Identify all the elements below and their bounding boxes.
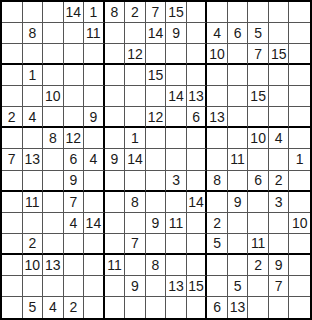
sudoku-cell-r15c10-empty[interactable] xyxy=(187,297,208,318)
sudoku-cell-r6c12-empty[interactable] xyxy=(228,107,249,128)
sudoku-cell-r10c14-given[interactable]: 3 xyxy=(269,192,290,213)
sudoku-cell-r15c7-empty[interactable] xyxy=(125,297,146,318)
sudoku-cell-r2c3-empty[interactable] xyxy=(43,23,64,44)
sudoku-cell-r15c5-empty[interactable] xyxy=(84,297,105,318)
sudoku-cell-r5c14-empty[interactable] xyxy=(269,86,290,107)
sudoku-cell-r10c1-empty[interactable] xyxy=(2,192,23,213)
sudoku-cell-r14c14-given[interactable]: 7 xyxy=(269,276,290,297)
sudoku-cell-r11c13-empty[interactable] xyxy=(248,213,269,234)
sudoku-cell-r6c4-empty[interactable] xyxy=(64,107,85,128)
sudoku-cell-r7c9-empty[interactable] xyxy=(166,128,187,149)
sudoku-cell-r10c8-empty[interactable] xyxy=(146,192,167,213)
sudoku-cell-r3c15-empty[interactable] xyxy=(289,44,310,65)
sudoku-cell-r7c10-empty[interactable] xyxy=(187,128,208,149)
sudoku-cell-r14c12-given[interactable]: 5 xyxy=(228,276,249,297)
sudoku-cell-r6c2-given[interactable]: 4 xyxy=(23,107,44,128)
sudoku-cell-r6c1-given[interactable]: 2 xyxy=(2,107,23,128)
sudoku-cell-r5c9-given[interactable]: 14 xyxy=(166,86,187,107)
sudoku-cell-r4c9-empty[interactable] xyxy=(166,65,187,86)
sudoku-cell-r1c6-given[interactable]: 8 xyxy=(105,2,126,23)
sudoku-cell-r5c3-given[interactable]: 10 xyxy=(43,86,64,107)
sudoku-cell-r4c5-empty[interactable] xyxy=(84,65,105,86)
sudoku-cell-r12c10-empty[interactable] xyxy=(187,234,208,255)
sudoku-cell-r7c13-given[interactable]: 10 xyxy=(248,128,269,149)
sudoku-cell-r11c10-empty[interactable] xyxy=(187,213,208,234)
sudoku-cell-r1c9-given[interactable]: 15 xyxy=(166,2,187,23)
sudoku-cell-r1c5-given[interactable]: 1 xyxy=(84,2,105,23)
sudoku-cell-r13c4-empty[interactable] xyxy=(64,255,85,276)
sudoku-cell-r15c3-given[interactable]: 4 xyxy=(43,297,64,318)
sudoku-cell-r1c7-given[interactable]: 2 xyxy=(125,2,146,23)
sudoku-cell-r14c5-empty[interactable] xyxy=(84,276,105,297)
sudoku-cell-r3c6-empty[interactable] xyxy=(105,44,126,65)
sudoku-cell-r13c8-given[interactable]: 8 xyxy=(146,255,167,276)
sudoku-cell-r9c4-given[interactable]: 9 xyxy=(64,171,85,192)
sudoku-cell-r11c15-given[interactable]: 10 xyxy=(289,213,310,234)
sudoku-cell-r5c12-empty[interactable] xyxy=(228,86,249,107)
sudoku-cell-r1c8-given[interactable]: 7 xyxy=(146,2,167,23)
sudoku-cell-r12c14-empty[interactable] xyxy=(269,234,290,255)
sudoku-cell-r10c15-empty[interactable] xyxy=(289,192,310,213)
sudoku-cell-r9c11-given[interactable]: 8 xyxy=(207,171,228,192)
sudoku-cell-r7c6-empty[interactable] xyxy=(105,128,126,149)
sudoku-cell-r11c6-empty[interactable] xyxy=(105,213,126,234)
sudoku-cell-r12c13-given[interactable]: 11 xyxy=(248,234,269,255)
sudoku-cell-r8c11-empty[interactable] xyxy=(207,149,228,170)
sudoku-cell-r2c8-given[interactable]: 14 xyxy=(146,23,167,44)
sudoku-cell-r7c3-given[interactable]: 8 xyxy=(43,128,64,149)
sudoku-cell-r13c10-empty[interactable] xyxy=(187,255,208,276)
sudoku-cell-r6c5-given[interactable]: 9 xyxy=(84,107,105,128)
sudoku-cell-r9c5-empty[interactable] xyxy=(84,171,105,192)
sudoku-cell-r9c15-empty[interactable] xyxy=(289,171,310,192)
sudoku-cell-r8c10-empty[interactable] xyxy=(187,149,208,170)
sudoku-cell-r8c15-given[interactable]: 1 xyxy=(289,149,310,170)
sudoku-cell-r3c13-given[interactable]: 7 xyxy=(248,44,269,65)
sudoku-cell-r9c9-given[interactable]: 3 xyxy=(166,171,187,192)
sudoku-cell-r11c5-given[interactable]: 14 xyxy=(84,213,105,234)
sudoku-cell-r15c9-empty[interactable] xyxy=(166,297,187,318)
sudoku-cell-r4c4-empty[interactable] xyxy=(64,65,85,86)
sudoku-cell-r12c7-given[interactable]: 7 xyxy=(125,234,146,255)
sudoku-cell-r10c4-given[interactable]: 7 xyxy=(64,192,85,213)
sudoku-cell-r9c8-empty[interactable] xyxy=(146,171,167,192)
sudoku-cell-r5c8-empty[interactable] xyxy=(146,86,167,107)
sudoku-cell-r12c5-empty[interactable] xyxy=(84,234,105,255)
sudoku-cell-r15c13-empty[interactable] xyxy=(248,297,269,318)
sudoku-cell-r8c7-given[interactable]: 14 xyxy=(125,149,146,170)
sudoku-cell-r15c1-empty[interactable] xyxy=(2,297,23,318)
sudoku-cell-r8c14-empty[interactable] xyxy=(269,149,290,170)
sudoku-cell-r12c15-empty[interactable] xyxy=(289,234,310,255)
sudoku-cell-r6c13-empty[interactable] xyxy=(248,107,269,128)
sudoku-cell-r7c7-given[interactable]: 1 xyxy=(125,128,146,149)
sudoku-cell-r6c14-empty[interactable] xyxy=(269,107,290,128)
sudoku-cell-r6c9-empty[interactable] xyxy=(166,107,187,128)
sudoku-cell-r6c6-empty[interactable] xyxy=(105,107,126,128)
sudoku-cell-r4c1-empty[interactable] xyxy=(2,65,23,86)
sudoku-cell-r5c11-empty[interactable] xyxy=(207,86,228,107)
sudoku-cell-r9c7-empty[interactable] xyxy=(125,171,146,192)
sudoku-cell-r14c6-empty[interactable] xyxy=(105,276,126,297)
sudoku-cell-r12c11-given[interactable]: 5 xyxy=(207,234,228,255)
sudoku-cell-r9c10-empty[interactable] xyxy=(187,171,208,192)
sudoku-cell-r10c12-given[interactable]: 9 xyxy=(228,192,249,213)
sudoku-cell-r15c4-given[interactable]: 2 xyxy=(64,297,85,318)
sudoku-cell-r8c12-given[interactable]: 11 xyxy=(228,149,249,170)
sudoku-cell-r1c14-empty[interactable] xyxy=(269,2,290,23)
sudoku-cell-r6c15-empty[interactable] xyxy=(289,107,310,128)
sudoku-cell-r13c6-given[interactable]: 11 xyxy=(105,255,126,276)
sudoku-cell-r13c14-given[interactable]: 9 xyxy=(269,255,290,276)
sudoku-cell-r4c7-empty[interactable] xyxy=(125,65,146,86)
sudoku-cell-r1c12-empty[interactable] xyxy=(228,2,249,23)
sudoku-cell-r13c1-empty[interactable] xyxy=(2,255,23,276)
sudoku-cell-r7c15-empty[interactable] xyxy=(289,128,310,149)
sudoku-cell-r13c9-empty[interactable] xyxy=(166,255,187,276)
sudoku-cell-r7c14-given[interactable]: 4 xyxy=(269,128,290,149)
sudoku-cell-r12c4-empty[interactable] xyxy=(64,234,85,255)
sudoku-cell-r1c13-empty[interactable] xyxy=(248,2,269,23)
sudoku-cell-r3c14-given[interactable]: 15 xyxy=(269,44,290,65)
sudoku-cell-r1c10-empty[interactable] xyxy=(187,2,208,23)
sudoku-cell-r14c1-empty[interactable] xyxy=(2,276,23,297)
sudoku-cell-r14c10-given[interactable]: 15 xyxy=(187,276,208,297)
sudoku-board: 1418271581114946512107151151014131524912… xyxy=(0,0,312,320)
sudoku-cell-r9c3-empty[interactable] xyxy=(43,171,64,192)
sudoku-cell-r7c4-given[interactable]: 12 xyxy=(64,128,85,149)
sudoku-cell-r2c15-empty[interactable] xyxy=(289,23,310,44)
sudoku-cell-r11c14-empty[interactable] xyxy=(269,213,290,234)
sudoku-cell-r4c6-empty[interactable] xyxy=(105,65,126,86)
sudoku-cell-r12c12-empty[interactable] xyxy=(228,234,249,255)
sudoku-cell-r11c2-empty[interactable] xyxy=(23,213,44,234)
sudoku-cell-r2c6-empty[interactable] xyxy=(105,23,126,44)
sudoku-cell-r12c8-empty[interactable] xyxy=(146,234,167,255)
sudoku-cell-r8c9-empty[interactable] xyxy=(166,149,187,170)
sudoku-cell-r2c13-given[interactable]: 5 xyxy=(248,23,269,44)
sudoku-cell-r14c13-empty[interactable] xyxy=(248,276,269,297)
sudoku-cell-r9c2-empty[interactable] xyxy=(23,171,44,192)
sudoku-cell-r15c15-empty[interactable] xyxy=(289,297,310,318)
sudoku-cell-r3c7-given[interactable]: 12 xyxy=(125,44,146,65)
sudoku-cell-r1c4-given[interactable]: 14 xyxy=(64,2,85,23)
sudoku-cell-r14c8-empty[interactable] xyxy=(146,276,167,297)
sudoku-cell-r12c9-empty[interactable] xyxy=(166,234,187,255)
sudoku-cell-r7c8-empty[interactable] xyxy=(146,128,167,149)
sudoku-cell-r13c11-empty[interactable] xyxy=(207,255,228,276)
sudoku-cell-r7c2-empty[interactable] xyxy=(23,128,44,149)
sudoku-cell-r14c9-given[interactable]: 13 xyxy=(166,276,187,297)
sudoku-cell-r14c2-empty[interactable] xyxy=(23,276,44,297)
sudoku-cell-r7c11-empty[interactable] xyxy=(207,128,228,149)
sudoku-cell-r14c4-empty[interactable] xyxy=(64,276,85,297)
sudoku-cell-r4c15-empty[interactable] xyxy=(289,65,310,86)
sudoku-cell-r9c6-empty[interactable] xyxy=(105,171,126,192)
sudoku-cell-r2c12-given[interactable]: 6 xyxy=(228,23,249,44)
sudoku-cell-r5c5-empty[interactable] xyxy=(84,86,105,107)
sudoku-cell-r1c1-empty[interactable] xyxy=(2,2,23,23)
sudoku-cell-r5c10-given[interactable]: 13 xyxy=(187,86,208,107)
sudoku-cell-r4c12-empty[interactable] xyxy=(228,65,249,86)
sudoku-cell-r2c14-empty[interactable] xyxy=(269,23,290,44)
sudoku-cell-r13c3-given[interactable]: 13 xyxy=(43,255,64,276)
sudoku-cell-r3c12-empty[interactable] xyxy=(228,44,249,65)
sudoku-cell-r8c2-given[interactable]: 13 xyxy=(23,149,44,170)
sudoku-cell-r15c12-given[interactable]: 13 xyxy=(228,297,249,318)
sudoku-cell-r12c6-empty[interactable] xyxy=(105,234,126,255)
sudoku-cell-r2c1-empty[interactable] xyxy=(2,23,23,44)
sudoku-cell-r3c1-empty[interactable] xyxy=(2,44,23,65)
sudoku-cell-r12c1-empty[interactable] xyxy=(2,234,23,255)
sudoku-cell-r11c4-given[interactable]: 4 xyxy=(64,213,85,234)
sudoku-cell-r15c8-empty[interactable] xyxy=(146,297,167,318)
sudoku-cell-r5c6-empty[interactable] xyxy=(105,86,126,107)
sudoku-cell-r8c5-given[interactable]: 4 xyxy=(84,149,105,170)
sudoku-cell-r5c2-empty[interactable] xyxy=(23,86,44,107)
sudoku-cell-r14c7-given[interactable]: 9 xyxy=(125,276,146,297)
sudoku-cell-r3c4-empty[interactable] xyxy=(64,44,85,65)
sudoku-cell-r4c13-empty[interactable] xyxy=(248,65,269,86)
sudoku-cell-r3c11-given[interactable]: 10 xyxy=(207,44,228,65)
sudoku-cell-r6c3-empty[interactable] xyxy=(43,107,64,128)
sudoku-cell-r3c9-empty[interactable] xyxy=(166,44,187,65)
sudoku-cell-r11c11-given[interactable]: 2 xyxy=(207,213,228,234)
sudoku-cell-r5c7-empty[interactable] xyxy=(125,86,146,107)
sudoku-cell-r11c8-given[interactable]: 9 xyxy=(146,213,167,234)
sudoku-cell-r3c10-empty[interactable] xyxy=(187,44,208,65)
sudoku-cell-r10c9-empty[interactable] xyxy=(166,192,187,213)
sudoku-cell-r14c11-empty[interactable] xyxy=(207,276,228,297)
sudoku-cell-r5c1-empty[interactable] xyxy=(2,86,23,107)
sudoku-cell-r5c4-empty[interactable] xyxy=(64,86,85,107)
sudoku-cell-r9c14-given[interactable]: 2 xyxy=(269,171,290,192)
sudoku-cell-r2c9-given[interactable]: 9 xyxy=(166,23,187,44)
sudoku-cell-r10c2-given[interactable]: 11 xyxy=(23,192,44,213)
sudoku-cell-r7c1-empty[interactable] xyxy=(2,128,23,149)
sudoku-cell-r11c3-empty[interactable] xyxy=(43,213,64,234)
sudoku-cell-r10c7-given[interactable]: 8 xyxy=(125,192,146,213)
sudoku-cell-r7c5-empty[interactable] xyxy=(84,128,105,149)
sudoku-cell-r9c13-given[interactable]: 6 xyxy=(248,171,269,192)
sudoku-cell-r6c7-empty[interactable] xyxy=(125,107,146,128)
sudoku-cell-r8c6-given[interactable]: 9 xyxy=(105,149,126,170)
sudoku-cell-r3c8-empty[interactable] xyxy=(146,44,167,65)
sudoku-cell-r3c2-empty[interactable] xyxy=(23,44,44,65)
sudoku-cell-r10c5-empty[interactable] xyxy=(84,192,105,213)
sudoku-cell-r6c10-given[interactable]: 6 xyxy=(187,107,208,128)
sudoku-cell-r11c9-given[interactable]: 11 xyxy=(166,213,187,234)
sudoku-cell-r6c11-given[interactable]: 13 xyxy=(207,107,228,128)
sudoku-cell-r4c3-empty[interactable] xyxy=(43,65,64,86)
sudoku-cell-r10c6-empty[interactable] xyxy=(105,192,126,213)
sudoku-cell-r11c7-empty[interactable] xyxy=(125,213,146,234)
sudoku-cell-r11c12-empty[interactable] xyxy=(228,213,249,234)
sudoku-cell-r4c10-empty[interactable] xyxy=(187,65,208,86)
sudoku-cell-r15c6-empty[interactable] xyxy=(105,297,126,318)
sudoku-cell-r5c15-empty[interactable] xyxy=(289,86,310,107)
sudoku-cell-r12c2-given[interactable]: 2 xyxy=(23,234,44,255)
sudoku-cell-r8c1-given[interactable]: 7 xyxy=(2,149,23,170)
sudoku-cell-r15c2-given[interactable]: 5 xyxy=(23,297,44,318)
sudoku-cell-r1c15-empty[interactable] xyxy=(289,2,310,23)
sudoku-cell-r10c13-empty[interactable] xyxy=(248,192,269,213)
sudoku-cell-r15c11-given[interactable]: 6 xyxy=(207,297,228,318)
sudoku-cell-r1c11-empty[interactable] xyxy=(207,2,228,23)
sudoku-cell-r4c14-empty[interactable] xyxy=(269,65,290,86)
sudoku-cell-r2c5-given[interactable]: 11 xyxy=(84,23,105,44)
sudoku-cell-r10c3-empty[interactable] xyxy=(43,192,64,213)
sudoku-cell-r13c15-empty[interactable] xyxy=(289,255,310,276)
sudoku-cell-r1c3-empty[interactable] xyxy=(43,2,64,23)
sudoku-cell-r15c14-empty[interactable] xyxy=(269,297,290,318)
sudoku-cell-r12c3-empty[interactable] xyxy=(43,234,64,255)
sudoku-cell-r2c10-empty[interactable] xyxy=(187,23,208,44)
sudoku-cell-r8c8-empty[interactable] xyxy=(146,149,167,170)
sudoku-cell-r11c1-empty[interactable] xyxy=(2,213,23,234)
sudoku-cell-r2c11-given[interactable]: 4 xyxy=(207,23,228,44)
sudoku-cell-r10c11-empty[interactable] xyxy=(207,192,228,213)
sudoku-cell-r6c8-given[interactable]: 12 xyxy=(146,107,167,128)
sudoku-cell-r13c2-given[interactable]: 10 xyxy=(23,255,44,276)
sudoku-cell-r10c10-given[interactable]: 14 xyxy=(187,192,208,213)
sudoku-cell-r2c2-given[interactable]: 8 xyxy=(23,23,44,44)
sudoku-cell-r13c5-empty[interactable] xyxy=(84,255,105,276)
sudoku-cell-r5c13-given[interactable]: 15 xyxy=(248,86,269,107)
sudoku-cell-r13c13-given[interactable]: 2 xyxy=(248,255,269,276)
sudoku-cell-r4c8-given[interactable]: 15 xyxy=(146,65,167,86)
sudoku-cell-r13c7-empty[interactable] xyxy=(125,255,146,276)
sudoku-cell-r3c5-empty[interactable] xyxy=(84,44,105,65)
sudoku-cell-r3c3-empty[interactable] xyxy=(43,44,64,65)
sudoku-cell-r8c4-given[interactable]: 6 xyxy=(64,149,85,170)
sudoku-cell-r4c11-empty[interactable] xyxy=(207,65,228,86)
sudoku-cell-r7c12-empty[interactable] xyxy=(228,128,249,149)
sudoku-cell-r8c13-empty[interactable] xyxy=(248,149,269,170)
sudoku-cell-r4c2-given[interactable]: 1 xyxy=(23,65,44,86)
sudoku-cell-r9c12-empty[interactable] xyxy=(228,171,249,192)
sudoku-cell-r2c7-empty[interactable] xyxy=(125,23,146,44)
sudoku-cell-r2c4-empty[interactable] xyxy=(64,23,85,44)
sudoku-cell-r1c2-empty[interactable] xyxy=(23,2,44,23)
sudoku-cell-r14c3-empty[interactable] xyxy=(43,276,64,297)
sudoku-cell-r8c3-empty[interactable] xyxy=(43,149,64,170)
sudoku-cell-r9c1-empty[interactable] xyxy=(2,171,23,192)
sudoku-cell-r13c12-empty[interactable] xyxy=(228,255,249,276)
sudoku-cell-r14c15-empty[interactable] xyxy=(289,276,310,297)
